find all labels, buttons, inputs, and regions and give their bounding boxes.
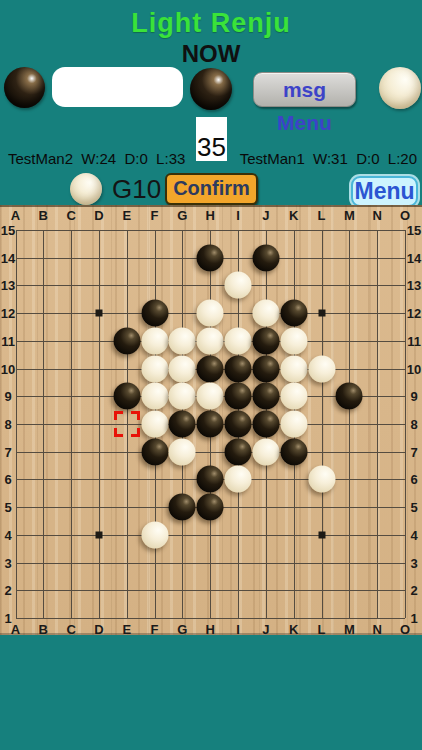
board-column-label: I (236, 622, 240, 637)
board-column-label: L (318, 208, 326, 223)
black-stone-E11[interactable] (113, 327, 140, 354)
black-stone-H14[interactable] (197, 244, 224, 271)
board-column-label: J (262, 622, 269, 637)
board-row-label: 8 (4, 417, 11, 432)
grid-vline (322, 230, 323, 618)
board-row-label: 3 (410, 555, 417, 570)
board-column-label: G (177, 208, 187, 223)
white-stone-L6[interactable] (308, 466, 335, 493)
board-column-label: D (94, 208, 103, 223)
board-column-label: D (94, 622, 103, 637)
black-stone-E9[interactable] (113, 383, 140, 410)
right-player-stone-icon (379, 67, 421, 109)
black-stone-F12[interactable] (141, 300, 168, 327)
marker-corner (114, 411, 123, 420)
white-stone-H11[interactable] (197, 327, 224, 354)
black-stone-H8[interactable] (197, 411, 224, 438)
black-stone-G5[interactable] (169, 494, 196, 521)
grid-hline (16, 452, 405, 453)
board-column-label: H (206, 622, 215, 637)
white-stone-G11[interactable] (169, 327, 196, 354)
board-row-label: 15 (407, 223, 421, 238)
menu-button[interactable]: Menu (351, 176, 418, 207)
board-row-label: 6 (410, 472, 417, 487)
board-column-label: H (206, 208, 215, 223)
black-stone-J8[interactable] (252, 411, 279, 438)
board-column-label: N (372, 208, 381, 223)
board-column-label: A (11, 622, 20, 637)
board-column-label: E (122, 622, 131, 637)
message-field[interactable] (52, 67, 183, 107)
black-stone-M9[interactable] (336, 383, 363, 410)
board-row-label: 5 (4, 500, 11, 515)
white-stone-G10[interactable] (169, 355, 196, 382)
board-column-label: E (122, 208, 131, 223)
board-row-label: 8 (410, 417, 417, 432)
white-stone-K9[interactable] (280, 383, 307, 410)
renju-board[interactable]: AABBCCDDEEFFGGHHIIJJKKLLMMNNOO1515141413… (0, 205, 422, 635)
white-stone-F11[interactable] (141, 327, 168, 354)
board-row-label: 4 (410, 527, 417, 542)
selected-point-marker[interactable] (114, 411, 140, 437)
board-row-label: 1 (410, 611, 417, 626)
board-row-label: 6 (4, 472, 11, 487)
current-turn-stone-icon (190, 68, 232, 110)
black-stone-K12[interactable] (280, 300, 307, 327)
white-stone-F10[interactable] (141, 355, 168, 382)
board-column-label: I (236, 208, 240, 223)
grid-hline (16, 618, 405, 619)
board-column-label: M (344, 622, 355, 637)
last-move-coordinate: G10 (112, 174, 162, 205)
board-column-label: C (66, 208, 75, 223)
marker-corner (131, 411, 140, 420)
board-row-label: 10 (1, 361, 15, 376)
board-column-label: L (318, 622, 326, 637)
black-stone-I9[interactable] (225, 383, 252, 410)
grid-vline (349, 230, 350, 618)
board-column-label: K (289, 622, 298, 637)
black-stone-H5[interactable] (197, 494, 224, 521)
marker-corner (131, 428, 140, 437)
board-row-label: 11 (1, 333, 15, 348)
black-stone-I7[interactable] (225, 438, 252, 465)
board-column-label: A (11, 208, 20, 223)
last-move-stone-icon (70, 173, 102, 205)
board-column-label: B (39, 622, 48, 637)
confirm-button[interactable]: Confirm (165, 173, 258, 205)
black-stone-H10[interactable] (197, 355, 224, 382)
board-column-label: F (151, 622, 159, 637)
board-row-label: 7 (4, 444, 11, 459)
grid-vline (377, 230, 378, 618)
board-row-label: 5 (410, 500, 417, 515)
board-row-label: 13 (407, 278, 421, 293)
board-row-label: 4 (4, 527, 11, 542)
board-row-label: 2 (4, 583, 11, 598)
board-row-label: 1 (4, 611, 11, 626)
board-row-label: 9 (410, 389, 417, 404)
black-stone-J10[interactable] (252, 355, 279, 382)
black-stone-I10[interactable] (225, 355, 252, 382)
white-stone-F4[interactable] (141, 521, 168, 548)
white-stone-I13[interactable] (225, 272, 252, 299)
white-stone-J12[interactable] (252, 300, 279, 327)
white-stone-K8[interactable] (280, 411, 307, 438)
board-row-label: 14 (407, 250, 421, 265)
white-stone-H9[interactable] (197, 383, 224, 410)
white-stone-L10[interactable] (308, 355, 335, 382)
board-row-label: 9 (4, 389, 11, 404)
board-column-label: G (177, 622, 187, 637)
board-column-label: O (400, 622, 410, 637)
board-row-label: 10 (407, 361, 421, 376)
white-stone-F9[interactable] (141, 383, 168, 410)
board-row-label: 11 (407, 333, 421, 348)
left-player-record: TestMan2 W:24 D:0 L:33 (8, 150, 185, 167)
white-stone-G9[interactable] (169, 383, 196, 410)
black-stone-J9[interactable] (252, 383, 279, 410)
board-column-label: F (151, 208, 159, 223)
app-title: Light Renju (0, 8, 422, 39)
white-stone-I6[interactable] (225, 466, 252, 493)
white-stone-F8[interactable] (141, 411, 168, 438)
board-column-label: J (262, 208, 269, 223)
white-stone-H12[interactable] (197, 300, 224, 327)
grid-hline (16, 590, 405, 591)
board-row-label: 12 (407, 306, 421, 321)
board-column-label: M (344, 208, 355, 223)
star-point (95, 531, 102, 538)
board-row-label: 2 (410, 583, 417, 598)
right-player-record: TestMan1 W:31 D:0 L:20 (240, 150, 417, 167)
white-stone-J7[interactable] (252, 438, 279, 465)
black-stone-J11[interactable] (252, 327, 279, 354)
black-stone-G8[interactable] (169, 411, 196, 438)
grid-hline (16, 535, 405, 536)
move-counter: 35 (196, 117, 227, 161)
board-row-label: 14 (1, 250, 15, 265)
board-column-label: C (66, 622, 75, 637)
board-row-label: 7 (410, 444, 417, 459)
board-column-label: B (39, 208, 48, 223)
turn-indicator-label: NOW (0, 40, 422, 68)
white-stone-K10[interactable] (280, 355, 307, 382)
star-point (318, 531, 325, 538)
msg-menu-button[interactable]: msg Menu (253, 72, 356, 107)
board-row-label: 13 (1, 278, 15, 293)
star-point (95, 310, 102, 317)
white-stone-K11[interactable] (280, 327, 307, 354)
board-column-label: O (400, 208, 410, 223)
board-row-label: 15 (1, 223, 15, 238)
board-row-label: 12 (1, 306, 15, 321)
grid-hline (16, 563, 405, 564)
board-row-label: 3 (4, 555, 11, 570)
board-column-label: K (289, 208, 298, 223)
black-stone-H6[interactable] (197, 466, 224, 493)
black-stone-I8[interactable] (225, 411, 252, 438)
black-stone-F7[interactable] (141, 438, 168, 465)
white-stone-G7[interactable] (169, 438, 196, 465)
marker-corner (114, 428, 123, 437)
app-screen: Light Renju NOW msg Menu 35 TestMan2 W:2… (0, 0, 422, 750)
white-stone-I11[interactable] (225, 327, 252, 354)
star-point (318, 310, 325, 317)
black-stone-J14[interactable] (252, 244, 279, 271)
board-column-label: N (372, 622, 381, 637)
left-player-stone-icon (4, 67, 45, 108)
black-stone-K7[interactable] (280, 438, 307, 465)
